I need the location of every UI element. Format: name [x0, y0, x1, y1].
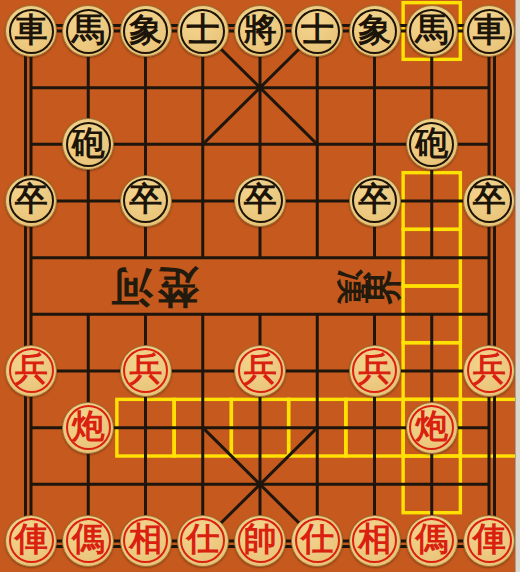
piece-glyph: 卒 — [129, 183, 162, 216]
piece-glyph: 兵 — [129, 353, 162, 386]
piece-red-chariot[interactable]: 俥 — [463, 515, 515, 567]
piece-red-soldier[interactable]: 兵 — [349, 345, 401, 397]
xiangqi-app: 楚河漢界 車馬象士將士象馬車砲砲卒卒卒卒卒兵兵兵兵兵炮炮俥傌相仕帥仕相傌俥 — [0, 0, 520, 572]
piece-glyph: 傌 — [415, 523, 448, 556]
piece-black-elephant[interactable]: 象 — [120, 5, 172, 57]
piece-red-elephant[interactable]: 相 — [349, 515, 401, 567]
piece-glyph: 兵 — [15, 353, 48, 386]
piece-black-soldier[interactable]: 卒 — [349, 175, 401, 227]
piece-red-soldier[interactable]: 兵 — [463, 345, 515, 397]
piece-red-soldier[interactable]: 兵 — [120, 345, 172, 397]
piece-glyph: 兵 — [473, 353, 506, 386]
piece-red-advisor[interactable]: 仕 — [177, 515, 229, 567]
piece-glyph: 炮 — [72, 410, 105, 443]
piece-black-elephant[interactable]: 象 — [349, 5, 401, 57]
piece-glyph: 仕 — [186, 523, 219, 556]
piece-black-general[interactable]: 將 — [234, 5, 286, 57]
piece-red-elephant[interactable]: 相 — [120, 515, 172, 567]
piece-black-chariot[interactable]: 車 — [463, 5, 515, 57]
piece-glyph: 相 — [129, 523, 162, 556]
piece-black-soldier[interactable]: 卒 — [234, 175, 286, 227]
piece-black-soldier[interactable]: 卒 — [5, 175, 57, 227]
window-edge — [515, 0, 520, 572]
piece-red-horse[interactable]: 傌 — [62, 515, 114, 567]
piece-glyph: 象 — [358, 14, 391, 47]
piece-red-horse[interactable]: 傌 — [406, 515, 458, 567]
piece-glyph: 俥 — [15, 523, 48, 556]
piece-black-cannon[interactable]: 砲 — [62, 118, 114, 170]
piece-glyph: 車 — [473, 14, 506, 47]
piece-glyph: 俥 — [473, 523, 506, 556]
piece-glyph: 卒 — [15, 183, 48, 216]
piece-red-advisor[interactable]: 仕 — [291, 515, 343, 567]
piece-glyph: 卒 — [244, 183, 277, 216]
piece-glyph: 士 — [301, 14, 334, 47]
piece-black-cannon[interactable]: 砲 — [406, 118, 458, 170]
piece-glyph: 相 — [358, 523, 391, 556]
piece-glyph: 將 — [244, 14, 277, 47]
piece-glyph: 馬 — [72, 14, 105, 47]
piece-black-soldier[interactable]: 卒 — [463, 175, 515, 227]
piece-glyph: 車 — [15, 14, 48, 47]
piece-glyph: 馬 — [415, 14, 448, 47]
piece-glyph: 兵 — [244, 353, 277, 386]
piece-black-horse[interactable]: 馬 — [406, 5, 458, 57]
piece-glyph: 砲 — [72, 127, 105, 160]
piece-red-general[interactable]: 帥 — [234, 515, 286, 567]
piece-glyph: 卒 — [358, 183, 391, 216]
piece-glyph: 炮 — [415, 410, 448, 443]
piece-glyph: 士 — [186, 14, 219, 47]
piece-red-soldier[interactable]: 兵 — [234, 345, 286, 397]
piece-black-advisor[interactable]: 士 — [291, 5, 343, 57]
piece-glyph: 砲 — [415, 127, 448, 160]
piece-black-chariot[interactable]: 車 — [5, 5, 57, 57]
piece-glyph: 帥 — [244, 523, 277, 556]
piece-glyph: 象 — [129, 14, 162, 47]
piece-red-chariot[interactable]: 俥 — [5, 515, 57, 567]
piece-red-cannon[interactable]: 炮 — [62, 402, 114, 454]
piece-black-horse[interactable]: 馬 — [62, 5, 114, 57]
piece-glyph: 卒 — [473, 183, 506, 216]
piece-glyph: 兵 — [358, 353, 391, 386]
piece-red-cannon[interactable]: 炮 — [406, 402, 458, 454]
piece-glyph: 仕 — [301, 523, 334, 556]
piece-black-advisor[interactable]: 士 — [177, 5, 229, 57]
piece-red-soldier[interactable]: 兵 — [5, 345, 57, 397]
board-grid: 車馬象士將士象馬車砲砲卒卒卒卒卒兵兵兵兵兵炮炮俥傌相仕帥仕相傌俥 — [3, 3, 518, 570]
piece-glyph: 傌 — [72, 523, 105, 556]
piece-black-soldier[interactable]: 卒 — [120, 175, 172, 227]
